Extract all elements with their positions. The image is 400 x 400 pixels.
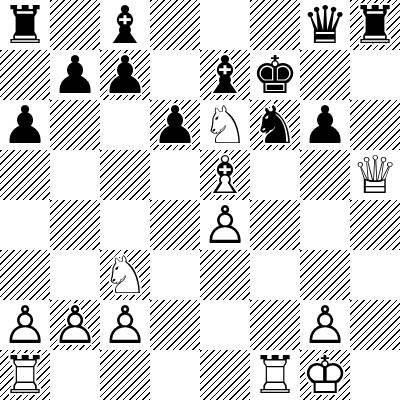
white-pawn-icon: ♙ xyxy=(202,200,249,250)
piece-white-king: ♚♔ xyxy=(300,350,350,400)
square-c6[interactable] xyxy=(100,100,150,150)
black-king-icon: ♚ xyxy=(252,50,299,100)
white-queen-icon: ♕ xyxy=(352,150,399,200)
square-d5[interactable] xyxy=(150,150,200,200)
square-h5[interactable]: ♛♕ xyxy=(350,150,400,200)
square-h4[interactable] xyxy=(350,200,400,250)
piece-black-pawn: ♟♟ xyxy=(100,50,150,100)
square-b5[interactable] xyxy=(50,150,100,200)
white-knight-icon: ♘ xyxy=(102,250,149,300)
square-g1[interactable]: ♚♔ xyxy=(300,350,350,400)
square-g4[interactable] xyxy=(300,200,350,250)
white-knight-icon: ♘ xyxy=(202,100,249,150)
white-rook-icon: ♖ xyxy=(252,350,299,400)
square-h1[interactable] xyxy=(350,350,400,400)
square-g6[interactable]: ♟♟ xyxy=(300,100,350,150)
piece-white-pawn: ♟♙ xyxy=(50,300,100,350)
square-a4[interactable] xyxy=(0,200,50,250)
black-pawn-icon: ♟ xyxy=(102,50,149,100)
square-c1[interactable] xyxy=(100,350,150,400)
piece-white-knight: ♞♘ xyxy=(200,100,250,150)
square-d3[interactable] xyxy=(150,250,200,300)
square-d8[interactable] xyxy=(150,0,200,50)
square-a5[interactable] xyxy=(0,150,50,200)
square-f8[interactable] xyxy=(250,0,300,50)
piece-black-pawn: ♟♟ xyxy=(0,100,50,150)
square-a3[interactable] xyxy=(0,250,50,300)
square-c5[interactable] xyxy=(100,150,150,200)
white-pawn-icon: ♙ xyxy=(2,300,49,350)
piece-white-pawn: ♟♙ xyxy=(100,300,150,350)
square-e3[interactable] xyxy=(200,250,250,300)
black-pawn-icon: ♟ xyxy=(52,50,99,100)
square-b3[interactable] xyxy=(50,250,100,300)
black-pawn-icon: ♟ xyxy=(2,100,49,150)
square-a7[interactable] xyxy=(0,50,50,100)
square-a2[interactable]: ♟♙ xyxy=(0,300,50,350)
square-f3[interactable] xyxy=(250,250,300,300)
piece-black-knight: ♞♞ xyxy=(250,100,300,150)
square-a8[interactable]: ♜♜ xyxy=(0,0,50,50)
white-rook-icon: ♖ xyxy=(2,350,49,400)
square-b4[interactable] xyxy=(50,200,100,250)
piece-white-bishop: ♝♗ xyxy=(200,150,250,200)
square-c3[interactable]: ♞♘ xyxy=(100,250,150,300)
square-e2[interactable] xyxy=(200,300,250,350)
square-d6[interactable]: ♟♟ xyxy=(150,100,200,150)
square-f4[interactable] xyxy=(250,200,300,250)
square-c2[interactable]: ♟♙ xyxy=(100,300,150,350)
square-e7[interactable]: ♝♝ xyxy=(200,50,250,100)
chess-board: ♜♜♝♝♛♛♜♜♟♟♟♟♝♝♚♚♟♟♟♟♞♘♞♞♟♟♝♗♛♕♟♙♞♘♟♙♟♙♟♙… xyxy=(0,0,400,400)
square-e6[interactable]: ♞♘ xyxy=(200,100,250,150)
piece-black-king: ♚♚ xyxy=(250,50,300,100)
piece-black-pawn: ♟♟ xyxy=(50,50,100,100)
square-a1[interactable]: ♜♖ xyxy=(0,350,50,400)
square-g7[interactable] xyxy=(300,50,350,100)
square-f7[interactable]: ♚♚ xyxy=(250,50,300,100)
piece-white-rook: ♜♖ xyxy=(0,350,50,400)
piece-black-bishop: ♝♝ xyxy=(100,0,150,50)
square-b2[interactable]: ♟♙ xyxy=(50,300,100,350)
white-pawn-icon: ♙ xyxy=(52,300,99,350)
piece-white-pawn: ♟♙ xyxy=(0,300,50,350)
piece-white-rook: ♜♖ xyxy=(250,350,300,400)
square-f2[interactable] xyxy=(250,300,300,350)
square-h2[interactable] xyxy=(350,300,400,350)
black-bishop-icon: ♝ xyxy=(102,0,149,50)
square-b6[interactable] xyxy=(50,100,100,150)
square-b1[interactable] xyxy=(50,350,100,400)
piece-white-pawn: ♟♙ xyxy=(300,300,350,350)
square-d7[interactable] xyxy=(150,50,200,100)
black-knight-icon: ♞ xyxy=(252,100,299,150)
white-pawn-icon: ♙ xyxy=(102,300,149,350)
black-bishop-icon: ♝ xyxy=(202,50,249,100)
square-b8[interactable] xyxy=(50,0,100,50)
square-e8[interactable] xyxy=(200,0,250,50)
square-c4[interactable] xyxy=(100,200,150,250)
square-f6[interactable]: ♞♞ xyxy=(250,100,300,150)
piece-white-knight: ♞♘ xyxy=(100,250,150,300)
black-pawn-icon: ♟ xyxy=(152,100,199,150)
square-b7[interactable]: ♟♟ xyxy=(50,50,100,100)
black-pawn-icon: ♟ xyxy=(302,100,349,150)
square-d2[interactable] xyxy=(150,300,200,350)
square-f1[interactable]: ♜♖ xyxy=(250,350,300,400)
piece-black-rook: ♜♜ xyxy=(0,0,50,50)
square-g2[interactable]: ♟♙ xyxy=(300,300,350,350)
white-king-icon: ♔ xyxy=(302,350,349,400)
white-bishop-icon: ♗ xyxy=(202,150,249,200)
piece-black-bishop: ♝♝ xyxy=(200,50,250,100)
square-g5[interactable] xyxy=(300,150,350,200)
black-rook-icon: ♜ xyxy=(2,0,49,50)
square-h7[interactable] xyxy=(350,50,400,100)
square-d1[interactable] xyxy=(150,350,200,400)
black-rook-icon: ♜ xyxy=(352,0,399,50)
black-queen-icon: ♛ xyxy=(302,0,349,50)
piece-black-rook: ♜♜ xyxy=(350,0,400,50)
square-e4[interactable]: ♟♙ xyxy=(200,200,250,250)
square-g3[interactable] xyxy=(300,250,350,300)
square-e1[interactable] xyxy=(200,350,250,400)
piece-white-queen: ♛♕ xyxy=(350,150,400,200)
square-a6[interactable]: ♟♟ xyxy=(0,100,50,150)
piece-white-pawn: ♟♙ xyxy=(200,200,250,250)
square-h6[interactable] xyxy=(350,100,400,150)
square-c8[interactable]: ♝♝ xyxy=(100,0,150,50)
square-h8[interactable]: ♜♜ xyxy=(350,0,400,50)
square-c7[interactable]: ♟♟ xyxy=(100,50,150,100)
piece-black-queen: ♛♛ xyxy=(300,0,350,50)
white-pawn-icon: ♙ xyxy=(302,300,349,350)
piece-black-pawn: ♟♟ xyxy=(300,100,350,150)
square-g8[interactable]: ♛♛ xyxy=(300,0,350,50)
square-e5[interactable]: ♝♗ xyxy=(200,150,250,200)
square-f5[interactable] xyxy=(250,150,300,200)
piece-black-pawn: ♟♟ xyxy=(150,100,200,150)
square-h3[interactable] xyxy=(350,250,400,300)
square-d4[interactable] xyxy=(150,200,200,250)
